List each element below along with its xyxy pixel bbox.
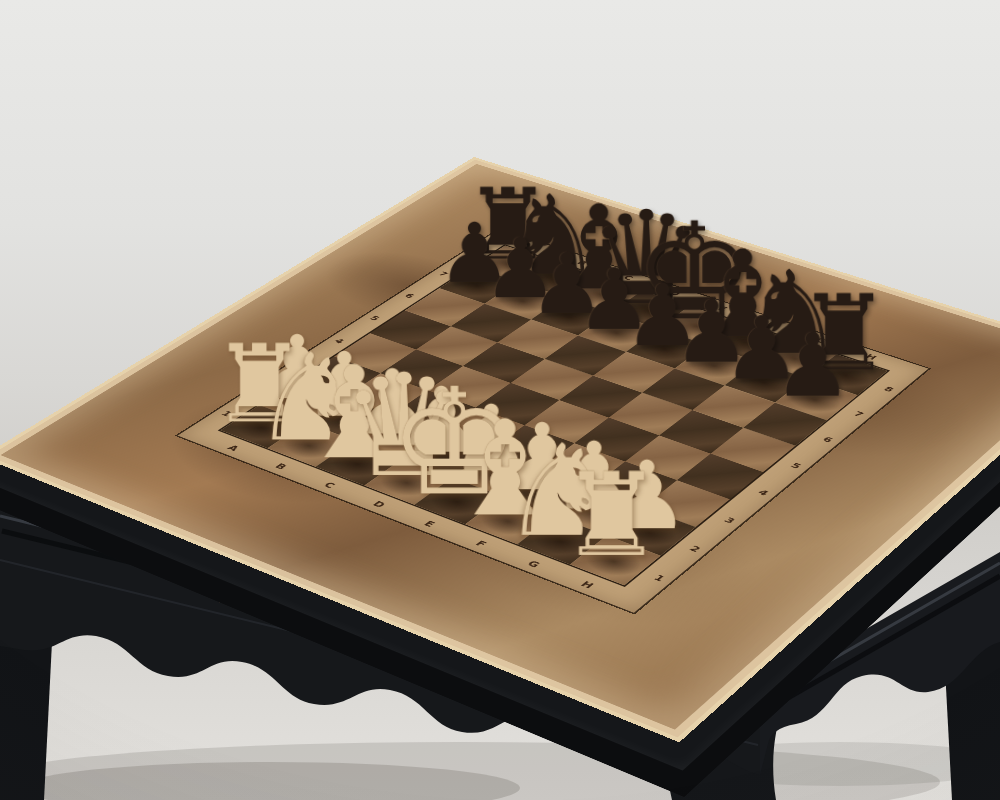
square-h7[interactable]: ♟ bbox=[775, 378, 857, 420]
rank-label-6: 6 bbox=[820, 435, 835, 444]
scene-3d: ♜♞♝♛♚♝♞♜♟♟♟♟♟♟♟♟♟♟♟♟♟♟♟♟♜♞♝♛♚♝♞♜ AA11BB2… bbox=[0, 0, 1000, 800]
rank-label-5: 5 bbox=[788, 461, 803, 470]
file-label-h: H bbox=[578, 580, 596, 590]
rank-label-7: 7 bbox=[851, 410, 865, 418]
piece-black-pawn[interactable]: ♟ bbox=[728, 330, 898, 402]
chess-board: ♜♞♝♛♚♝♞♜♟♟♟♟♟♟♟♟♟♟♟♟♟♟♟♟♜♞♝♛♚♝♞♜ AA11BB2… bbox=[178, 229, 929, 613]
square-h6[interactable] bbox=[743, 403, 826, 446]
rank-label-4: 4 bbox=[755, 488, 770, 497]
photo-stage: ♜♞♝♛♚♝♞♜♟♟♟♟♟♟♟♟♟♟♟♟♟♟♟♟♜♞♝♛♚♝♞♜ AA11BB2… bbox=[0, 0, 1000, 800]
board-grid: ♜♞♝♛♚♝♞♜♟♟♟♟♟♟♟♟♟♟♟♟♟♟♟♟♜♞♝♛♚♝♞♜ bbox=[221, 246, 888, 586]
rank-label-5: 5 bbox=[367, 315, 382, 322]
piece-white-rook[interactable]: ♜ bbox=[519, 469, 703, 563]
table-top: ♜♞♝♛♚♝♞♜♟♟♟♟♟♟♟♟♟♟♟♟♟♟♟♟♜♞♝♛♚♝♞♜ AA11BB2… bbox=[0, 157, 1000, 742]
square-h1[interactable]: ♜ bbox=[570, 536, 660, 586]
rank-label-1: 1 bbox=[651, 573, 667, 583]
rank-label-6: 6 bbox=[402, 292, 416, 299]
